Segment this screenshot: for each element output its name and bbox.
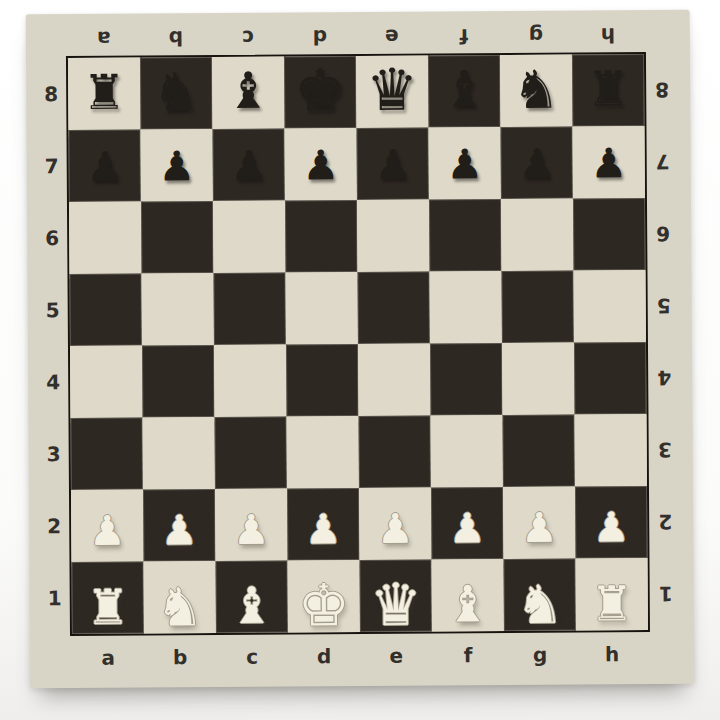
- rank-label-right-5: 5: [645, 270, 682, 342]
- piece-white-queen[interactable]: ♛: [370, 576, 422, 634]
- square-h7[interactable]: ♟: [572, 126, 645, 199]
- square-h4[interactable]: [574, 342, 647, 415]
- board-grid: ♜♞♝♚♛♝♞♜♟♟♟♟♟♟♟♟♟♟♟♟♟♟♟♟♜♞♝♚♛♝♞♜: [68, 54, 648, 634]
- rank-label-right-4: 4: [646, 342, 683, 414]
- square-d5[interactable]: [285, 272, 358, 345]
- square-c6[interactable]: [213, 201, 286, 274]
- piece-black-king[interactable]: ♚: [294, 61, 346, 119]
- square-b2[interactable]: ♟: [143, 489, 216, 562]
- piece-white-pawn[interactable]: ♟: [521, 507, 558, 548]
- square-e2[interactable]: ♟: [359, 488, 432, 561]
- file-label-bottom-g: g: [504, 630, 576, 679]
- piece-white-knight[interactable]: ♞: [516, 577, 564, 630]
- square-h3[interactable]: [574, 414, 647, 487]
- square-h8[interactable]: ♜: [572, 54, 645, 127]
- file-label-top-e: e: [356, 18, 428, 57]
- piece-white-pawn[interactable]: ♟: [305, 509, 342, 550]
- rank-label-right-8: 8: [644, 54, 681, 126]
- square-f7[interactable]: ♟: [428, 127, 501, 200]
- square-a6[interactable]: [69, 202, 142, 275]
- piece-white-bishop[interactable]: ♝: [229, 581, 274, 631]
- rank-label-left-6: 6: [35, 202, 70, 274]
- square-a7[interactable]: ♟: [68, 130, 141, 203]
- square-c7[interactable]: ♟: [212, 129, 285, 202]
- piece-black-pawn[interactable]: ♟: [590, 143, 627, 184]
- square-d7[interactable]: ♟: [284, 128, 357, 201]
- piece-white-knight[interactable]: ♞: [156, 580, 204, 633]
- rank-label-left-1: 1: [37, 562, 72, 634]
- rank-label-right-7: 7: [644, 126, 681, 198]
- square-e4[interactable]: [358, 344, 431, 417]
- square-a3[interactable]: [70, 418, 143, 491]
- rank-label-left-4: 4: [36, 346, 71, 418]
- file-label-bottom-c: c: [216, 633, 288, 682]
- square-g1[interactable]: ♞: [503, 559, 576, 632]
- square-c3[interactable]: [214, 417, 287, 490]
- rank-label-right-1: 1: [647, 558, 684, 630]
- rank-label-left-5: 5: [35, 274, 70, 346]
- square-f8[interactable]: ♝: [428, 55, 501, 128]
- square-b5[interactable]: [141, 273, 214, 346]
- file-label-bottom-f: f: [432, 631, 504, 680]
- square-c8[interactable]: ♝: [212, 57, 285, 130]
- file-label-top-c: c: [212, 19, 284, 58]
- file-label-bottom-b: b: [144, 633, 216, 682]
- square-e6[interactable]: [357, 200, 430, 273]
- piece-black-knight[interactable]: ♞: [512, 62, 560, 115]
- square-d6[interactable]: [285, 200, 358, 273]
- piece-white-pawn[interactable]: ♟: [161, 510, 198, 551]
- square-g3[interactable]: [502, 415, 575, 488]
- square-g5[interactable]: [501, 271, 574, 344]
- piece-white-pawn[interactable]: ♟: [593, 507, 630, 548]
- square-a8[interactable]: ♜: [68, 58, 141, 131]
- piece-black-rook[interactable]: ♜: [587, 64, 630, 112]
- square-g8[interactable]: ♞: [500, 55, 573, 128]
- square-e8[interactable]: ♛: [356, 56, 429, 129]
- square-a1[interactable]: ♜: [71, 562, 144, 635]
- rank-label-left-3: 3: [36, 418, 71, 490]
- piece-black-rook[interactable]: ♜: [83, 68, 126, 116]
- piece-white-pawn[interactable]: ♟: [233, 509, 270, 550]
- square-c1[interactable]: ♝: [215, 561, 288, 634]
- file-label-top-b: b: [140, 19, 212, 58]
- square-e3[interactable]: [358, 416, 431, 489]
- square-h5[interactable]: [573, 270, 646, 343]
- square-h6[interactable]: [573, 198, 646, 271]
- file-label-top-a: a: [68, 20, 140, 59]
- rank-label-left-8: 8: [34, 58, 69, 130]
- file-label-bottom-a: a: [72, 634, 144, 683]
- square-f1[interactable]: ♝: [431, 559, 504, 632]
- square-h2[interactable]: ♟: [575, 486, 648, 559]
- file-label-top-f: f: [428, 17, 500, 56]
- file-label-top-d: d: [284, 18, 356, 57]
- square-e7[interactable]: ♟: [356, 128, 429, 201]
- piece-black-pawn[interactable]: ♟: [230, 145, 267, 186]
- square-a2[interactable]: ♟: [71, 490, 144, 563]
- square-b3[interactable]: [142, 417, 215, 490]
- file-label-top-h: h: [572, 16, 644, 55]
- square-c4[interactable]: [214, 345, 287, 418]
- square-b1[interactable]: ♞: [143, 561, 216, 634]
- rank-label-left-2: 2: [37, 490, 72, 562]
- square-d2[interactable]: ♟: [287, 488, 360, 561]
- piece-black-pawn[interactable]: ♟: [158, 146, 195, 187]
- piece-black-bishop[interactable]: ♝: [442, 64, 487, 114]
- file-label-top-g: g: [500, 17, 572, 56]
- piece-white-rook[interactable]: ♜: [86, 583, 129, 631]
- piece-white-pawn[interactable]: ♟: [89, 510, 126, 551]
- square-b8[interactable]: ♞: [140, 57, 213, 130]
- piece-white-king[interactable]: ♚: [298, 576, 350, 634]
- piece-black-pawn[interactable]: ♟: [518, 143, 555, 184]
- piece-black-queen[interactable]: ♛: [366, 61, 418, 119]
- piece-black-knight[interactable]: ♞: [152, 65, 200, 118]
- square-f6[interactable]: [429, 199, 502, 272]
- square-f3[interactable]: [430, 415, 503, 488]
- piece-white-pawn[interactable]: ♟: [449, 508, 486, 549]
- square-g7[interactable]: ♟: [500, 127, 573, 200]
- square-d4[interactable]: [286, 344, 359, 417]
- square-e5[interactable]: [357, 272, 430, 345]
- file-label-bottom-h: h: [576, 630, 648, 679]
- square-f2[interactable]: ♟: [431, 487, 504, 560]
- square-a5[interactable]: [69, 274, 142, 347]
- piece-black-pawn[interactable]: ♟: [302, 145, 339, 186]
- square-b7[interactable]: ♟: [140, 129, 213, 202]
- square-d1[interactable]: ♚: [287, 560, 360, 633]
- piece-black-pawn[interactable]: ♟: [374, 144, 411, 185]
- square-a4[interactable]: [70, 346, 143, 419]
- mat-grid: ♜♞♝♚♛♝♞♜♟♟♟♟♟♟♟♟♟♟♟♟♟♟♟♟♜♞♝♚♛♝♞♜ aabbccd…: [26, 10, 695, 689]
- square-f5[interactable]: [429, 271, 502, 344]
- piece-white-pawn[interactable]: ♟: [377, 508, 414, 549]
- piece-white-bishop[interactable]: ♝: [445, 579, 490, 629]
- piece-black-pawn[interactable]: ♟: [86, 146, 123, 187]
- rank-label-left-7: 7: [34, 130, 69, 202]
- photo-background: ♜♞♝♚♛♝♞♜♟♟♟♟♟♟♟♟♟♟♟♟♟♟♟♟♜♞♝♚♛♝♞♜ aabbccd…: [0, 0, 720, 720]
- piece-white-rook[interactable]: ♜: [590, 579, 633, 627]
- piece-black-pawn[interactable]: ♟: [446, 144, 483, 185]
- square-d3[interactable]: [286, 416, 359, 489]
- piece-black-bishop[interactable]: ♝: [226, 66, 271, 116]
- square-d8[interactable]: ♚: [284, 56, 357, 129]
- rank-label-right-3: 3: [646, 414, 683, 486]
- rank-label-right-6: 6: [645, 198, 682, 270]
- square-c5[interactable]: [213, 273, 286, 346]
- square-g6[interactable]: [501, 199, 574, 272]
- square-f4[interactable]: [430, 343, 503, 416]
- square-e1[interactable]: ♛: [359, 560, 432, 633]
- square-b6[interactable]: [141, 201, 214, 274]
- square-b4[interactable]: [142, 345, 215, 418]
- chess-mat: ♜♞♝♚♛♝♞♜♟♟♟♟♟♟♟♟♟♟♟♟♟♟♟♟♜♞♝♚♛♝♞♜ aabbccd…: [26, 10, 695, 689]
- square-c2[interactable]: ♟: [215, 489, 288, 562]
- square-g4[interactable]: [502, 343, 575, 416]
- square-h1[interactable]: ♜: [575, 558, 648, 631]
- square-g2[interactable]: ♟: [503, 487, 576, 560]
- rank-label-right-2: 2: [647, 486, 684, 558]
